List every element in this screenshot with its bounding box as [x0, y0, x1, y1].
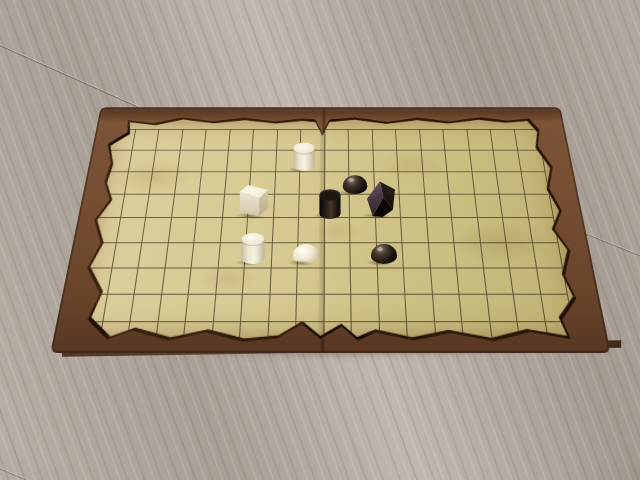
board-cell[interactable]: [180, 130, 206, 151]
board-cell[interactable]: [378, 295, 407, 323]
board-cell[interactable]: [398, 172, 424, 195]
photo-scene: [0, 0, 640, 480]
board-cell[interactable]: [171, 195, 199, 218]
board-cell[interactable]: [228, 130, 254, 151]
board-cell[interactable]: [267, 322, 296, 351]
parchment-surface: [64, 117, 592, 344]
board-cell[interactable]: [402, 243, 430, 268]
board-cell[interactable]: [270, 268, 298, 294]
board-cell[interactable]: [352, 322, 381, 351]
piece-white-cylinder[interactable]: [242, 232, 265, 263]
board-cell[interactable]: [183, 322, 214, 351]
board-cell[interactable]: [349, 151, 374, 173]
board-cell[interactable]: [132, 130, 159, 151]
board-cell[interactable]: [226, 151, 252, 173]
wood-plank-seam: [0, 438, 264, 480]
board-cell[interactable]: [120, 195, 149, 218]
board-cell[interactable]: [138, 243, 168, 268]
board-cell[interactable]: [494, 151, 522, 173]
board-cell[interactable]: [469, 151, 496, 173]
board-cell[interactable]: [379, 322, 408, 351]
board-cell[interactable]: [483, 268, 513, 294]
board-cell[interactable]: [467, 130, 494, 151]
board-cell[interactable]: [296, 322, 324, 351]
board-cell[interactable]: [480, 243, 510, 268]
board-cell[interactable]: [478, 218, 507, 242]
board-cell[interactable]: [521, 172, 550, 195]
board-cell[interactable]: [124, 172, 152, 195]
board-cell[interactable]: [197, 195, 225, 218]
board-cell[interactable]: [450, 195, 478, 218]
board-cell[interactable]: [189, 268, 218, 294]
board-cell[interactable]: [324, 268, 351, 294]
board-cell[interactable]: [297, 268, 324, 294]
board-cell[interactable]: [373, 151, 398, 173]
board-cell[interactable]: [514, 130, 541, 151]
board-cell[interactable]: [497, 172, 525, 195]
board-cell[interactable]: [487, 295, 518, 323]
board-cell[interactable]: [251, 151, 277, 173]
board-cell[interactable]: [174, 172, 201, 195]
board-cell[interactable]: [324, 243, 351, 268]
board-cell[interactable]: [396, 130, 421, 151]
piece-white-block[interactable]: [239, 184, 269, 217]
board-cell[interactable]: [510, 268, 541, 294]
board-cell[interactable]: [407, 322, 437, 351]
board-cell[interactable]: [325, 130, 349, 151]
board-cell[interactable]: [135, 268, 165, 294]
board-cell[interactable]: [168, 218, 197, 242]
board-cell[interactable]: [349, 130, 373, 151]
board-cell[interactable]: [239, 322, 269, 351]
board-cell[interactable]: [142, 218, 171, 242]
board-cell[interactable]: [158, 295, 189, 323]
board-cell[interactable]: [296, 295, 324, 323]
parchment-burnt-edge: [60, 114, 596, 347]
board-cell[interactable]: [194, 218, 222, 242]
board-cell[interactable]: [457, 268, 487, 294]
board-cell[interactable]: [177, 151, 204, 173]
board-cell[interactable]: [351, 295, 379, 323]
board-backing: [50, 107, 610, 353]
piece-black-cylinder[interactable]: [320, 189, 341, 217]
board-cell[interactable]: [435, 322, 465, 351]
board-cell[interactable]: [216, 268, 245, 294]
board-cell[interactable]: [452, 218, 480, 242]
board-cell[interactable]: [107, 268, 138, 294]
board-cell[interactable]: [491, 130, 518, 151]
board-cell[interactable]: [490, 322, 522, 351]
board-cell[interactable]: [472, 172, 500, 195]
piece-black-dome[interactable]: [342, 175, 366, 194]
board-cell[interactable]: [462, 322, 493, 351]
board-cell[interactable]: [529, 218, 559, 242]
board-cell[interactable]: [324, 218, 350, 242]
board-cell[interactable]: [503, 218, 532, 242]
board-cell[interactable]: [272, 218, 299, 242]
board-cell[interactable]: [126, 322, 158, 351]
board-cell[interactable]: [199, 172, 226, 195]
board-cell[interactable]: [269, 295, 297, 323]
board-cell[interactable]: [448, 172, 475, 195]
board-cell[interactable]: [397, 151, 423, 173]
board-cell[interactable]: [324, 322, 352, 351]
board-cell[interactable]: [130, 295, 161, 323]
board-cell[interactable]: [98, 322, 131, 351]
board-cell[interactable]: [532, 243, 563, 268]
board-cell[interactable]: [154, 322, 185, 351]
board-cell[interactable]: [377, 268, 405, 294]
board-cell[interactable]: [376, 218, 403, 242]
board-cell[interactable]: [192, 243, 221, 268]
board-cell[interactable]: [545, 322, 578, 351]
board-fold-crease: [321, 117, 326, 344]
board-cell[interactable]: [506, 243, 536, 268]
board-cell[interactable]: [404, 268, 433, 294]
game-board: [50, 107, 610, 353]
board-cell[interactable]: [428, 243, 457, 268]
board-cell[interactable]: [116, 218, 146, 242]
board-cell[interactable]: [156, 130, 183, 151]
board-cell[interactable]: [500, 195, 529, 218]
board-cell[interactable]: [518, 151, 546, 173]
board-cell[interactable]: [204, 130, 230, 151]
board-cell[interactable]: [162, 268, 192, 294]
board-cell[interactable]: [423, 172, 450, 195]
board-cell[interactable]: [324, 295, 352, 323]
board-cell[interactable]: [149, 172, 177, 195]
board-cell[interactable]: [350, 218, 376, 242]
board-cell[interactable]: [146, 195, 175, 218]
board-cell[interactable]: [351, 268, 379, 294]
board-cell[interactable]: [405, 295, 434, 323]
board-cell[interactable]: [425, 195, 452, 218]
board-cell[interactable]: [454, 243, 483, 268]
board-cell[interactable]: [475, 195, 503, 218]
board-cell[interactable]: [112, 243, 142, 268]
board-cell[interactable]: [70, 322, 103, 351]
board-cell[interactable]: [298, 218, 324, 242]
piece-black-block[interactable]: [366, 180, 396, 217]
piece-white-dome[interactable]: [293, 243, 319, 263]
board-cell[interactable]: [432, 295, 462, 323]
board-cell[interactable]: [460, 295, 490, 323]
board-cell[interactable]: [275, 172, 301, 195]
board-cell[interactable]: [202, 151, 228, 173]
piece-black-dome[interactable]: [371, 243, 397, 263]
board-cell[interactable]: [541, 295, 573, 323]
board-cell[interactable]: [420, 130, 446, 151]
board-cell[interactable]: [103, 295, 135, 323]
board-cell[interactable]: [445, 151, 472, 173]
board-cell[interactable]: [427, 218, 455, 242]
board-cell[interactable]: [443, 130, 469, 151]
board-cell[interactable]: [241, 295, 270, 323]
piece-white-cylinder[interactable]: [293, 142, 314, 171]
board-cell[interactable]: [430, 268, 459, 294]
board-cell[interactable]: [211, 322, 241, 351]
board-cell[interactable]: [253, 130, 278, 151]
board-cell[interactable]: [128, 151, 156, 173]
board-cell[interactable]: [153, 151, 180, 173]
board-cell[interactable]: [186, 295, 216, 323]
board-cell[interactable]: [372, 130, 397, 151]
board-cell[interactable]: [273, 195, 299, 218]
board-cell[interactable]: [400, 195, 427, 218]
board-cell[interactable]: [213, 295, 242, 323]
board-cell[interactable]: [325, 151, 350, 173]
board-cell[interactable]: [421, 151, 447, 173]
board-cell[interactable]: [537, 268, 568, 294]
board-cell[interactable]: [401, 218, 428, 242]
board-cell[interactable]: [243, 268, 271, 294]
board-cell[interactable]: [525, 195, 554, 218]
board-cell[interactable]: [165, 243, 194, 268]
